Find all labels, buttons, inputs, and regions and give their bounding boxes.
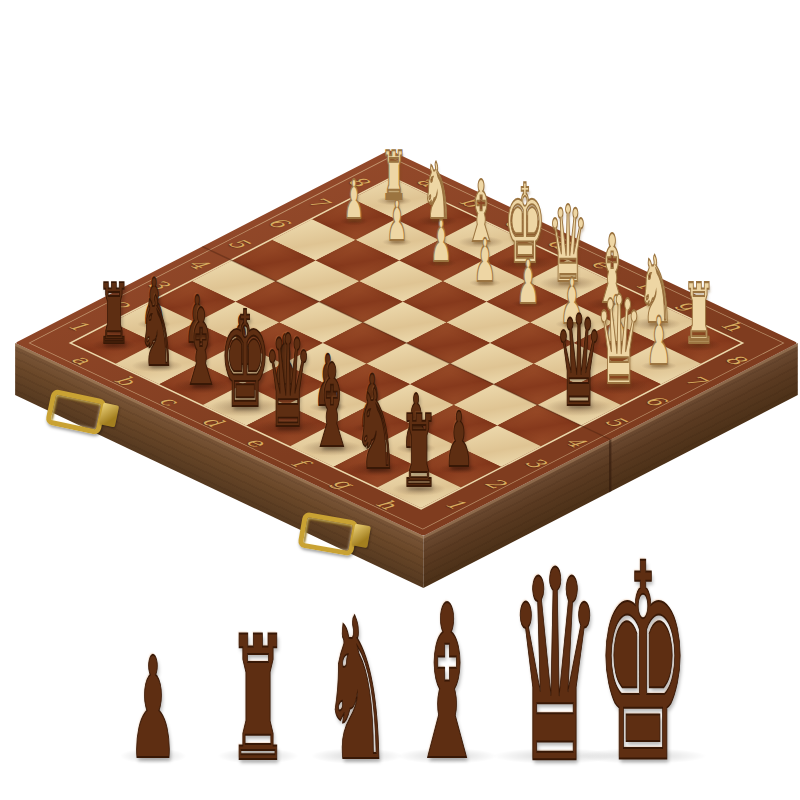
lineup-piece-shadow: [492, 748, 617, 764]
lineup-piece-shadow: [120, 748, 187, 764]
product-photo-chess-set: aabbccddeeffgghh1122334455667788 ♜♞♝♚♛♝♞…: [0, 0, 800, 800]
fold-seam-edge: [609, 439, 611, 492]
lineup-piece-shadow: [310, 748, 403, 764]
lineup-piece-shadow: [397, 748, 498, 764]
board-surface: aabbccddeeffgghh1122334455667788: [15, 150, 798, 536]
lineup-piece-shadow: [578, 748, 707, 764]
lineup-piece-shadow: [217, 748, 299, 764]
